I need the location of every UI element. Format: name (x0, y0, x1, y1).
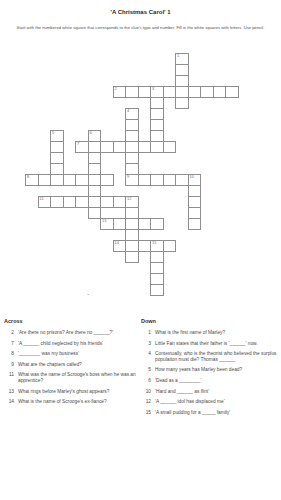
across-clues-section: Across 2'Are there no prisons? Are there… (4, 318, 137, 410)
page-separator-dash: - (87, 290, 89, 297)
down-clue-number-1: 1 (141, 330, 151, 336)
grid-cell-r13c4[interactable] (75, 196, 89, 208)
down-clue-number-15: 15 (141, 410, 151, 416)
across-clue-14: 14What is the name of Scrooge's ex-fianc… (4, 399, 137, 405)
grid-cell-r3c9[interactable] (138, 86, 152, 98)
across-clue-text-9: What are the chapters called? (18, 362, 137, 368)
down-clue-text-5: How many years has Marley been dead? (155, 367, 280, 373)
crossword-grid: 123456789101112131415 (25, 53, 239, 296)
down-clue-number-10: 10 (141, 389, 151, 395)
cell-number-1: 1 (177, 54, 179, 58)
across-clue-number-2: 2 (4, 330, 14, 336)
grid-cell-r13c7[interactable] (113, 196, 127, 208)
cell-number-3: 3 (152, 87, 154, 91)
cell-number-4: 4 (127, 109, 129, 113)
across-header: Across (4, 318, 137, 324)
across-clue-number-8: 8 (4, 351, 14, 357)
grid-cell-r3c7[interactable]: 2 (113, 86, 127, 98)
down-header: Down (141, 318, 280, 324)
grid-cell-r11c2[interactable] (50, 174, 64, 186)
grid-cell-r11c8[interactable]: 9 (125, 174, 139, 186)
grid-cell-r17c7[interactable]: 14 (113, 240, 127, 252)
grid-cell-r11c11[interactable] (163, 174, 177, 186)
across-clue-8: 8'________ was my business' (4, 351, 137, 357)
down-clue-number-5: 5 (141, 367, 151, 373)
grid-cell-r11c9[interactable] (138, 174, 152, 186)
grid-cell-r17c11[interactable] (163, 240, 177, 252)
grid-cell-r8c10[interactable] (150, 141, 164, 153)
grid-cell-r15c7[interactable] (113, 218, 127, 230)
cell-number-6: 6 (90, 131, 92, 135)
down-clue-list: 1What is the first name of Marley?3Littl… (141, 330, 280, 415)
down-clue-number-12: 12 (141, 399, 151, 405)
grid-cell-r11c0[interactable]: 8 (25, 174, 39, 186)
grid-cell-r4c12[interactable] (175, 97, 189, 109)
down-clue-15: 15'A small pudding for a _____ family' (141, 410, 280, 416)
across-clue-number-13: 13 (4, 389, 14, 395)
down-clue-4: 4Contextually, who is the theorist who b… (141, 351, 280, 362)
down-clue-12: 12'A ______ idol has displaced me' (141, 399, 280, 405)
grid-cell-r11c12[interactable] (175, 174, 189, 186)
grid-cell-r3c13[interactable] (188, 86, 202, 98)
across-clue-number-11: 11 (4, 372, 14, 383)
grid-cell-r8c6[interactable] (100, 141, 114, 153)
grid-cell-r8c11[interactable] (163, 141, 177, 153)
grid-cell-r15c13[interactable] (188, 218, 202, 230)
down-clue-3: 3Little Fan states that their father is … (141, 341, 280, 347)
grid-cell-r13c2[interactable] (50, 196, 64, 208)
across-clue-11: 11What was the name of Scrooge's boss wh… (4, 372, 137, 383)
down-clue-text-12: 'A ______ idol has displaced me' (155, 399, 280, 405)
across-clue-13: 13What rings before Marley's ghost appea… (4, 389, 137, 395)
across-clue-text-14: What is the name of Scrooge's ex-fiancé? (18, 399, 137, 405)
grid-cell-r11c6[interactable] (100, 174, 114, 186)
cell-number-8: 8 (27, 175, 29, 179)
grid-cell-r11c3[interactable] (63, 174, 77, 186)
cell-number-9: 9 (127, 175, 129, 179)
grid-cell-r15c9[interactable] (138, 218, 152, 230)
grid-cell-r3c15[interactable] (213, 86, 227, 98)
cell-number-11: 11 (40, 197, 44, 201)
across-clue-text-13: What rings before Marley's ghost appears… (18, 389, 137, 395)
grid-cell-r11c4[interactable] (75, 174, 89, 186)
grid-cell-r14c5[interactable] (88, 207, 102, 219)
across-clue-number-7: 7 (4, 341, 14, 347)
grid-cell-r15c6[interactable]: 13 (100, 218, 114, 230)
across-clue-9: 9What are the chapters called? (4, 362, 137, 368)
grid-cell-r3c14[interactable] (200, 86, 214, 98)
puzzle-instructions: Start with the numbered white square tha… (0, 25, 281, 30)
down-clue-text-3: Little Fan states that their father is '… (155, 341, 280, 347)
cell-number-7: 7 (77, 142, 79, 146)
grid-cell-r8c4[interactable]: 7 (75, 141, 89, 153)
across-clue-text-2: 'Are there no prisons? Are there no ____… (18, 330, 137, 336)
down-clues-section: Down 1What is the first name of Marley?3… (141, 318, 280, 420)
grid-cell-r8c9[interactable] (138, 141, 152, 153)
across-clue-number-14: 14 (4, 399, 14, 405)
puzzle-page: 'A Christmas Carol' 1 Start with the num… (0, 0, 281, 500)
cell-number-2: 2 (115, 87, 117, 91)
grid-cell-r8c7[interactable] (113, 141, 127, 153)
down-clue-number-4: 4 (141, 351, 151, 362)
across-clue-number-9: 9 (4, 362, 14, 368)
puzzle-title: 'A Christmas Carol' 1 (0, 9, 281, 15)
across-clue-2: 2'Are there no prisons? Are there no ___… (4, 330, 137, 336)
down-clue-5: 5How many years has Marley been dead? (141, 367, 280, 373)
grid-cell-r17c9[interactable] (138, 240, 152, 252)
down-clue-text-4: Contextually, who is the theorist who be… (155, 351, 280, 362)
cell-number-13: 13 (102, 219, 106, 223)
grid-cell-r3c8[interactable] (125, 86, 139, 98)
grid-cell-r13c1[interactable]: 11 (38, 196, 52, 208)
across-clue-text-7: 'A ______ child neglected by his friends… (18, 341, 137, 347)
grid-cell-r13c6[interactable] (100, 196, 114, 208)
grid-cell-r3c11[interactable] (163, 86, 177, 98)
across-clue-7: 7'A ______ child neglected by his friend… (4, 341, 137, 347)
down-clue-text-15: 'A small pudding for a _____ family' (155, 410, 280, 416)
down-clue-10: 10'Hard and ______ as flint' (141, 389, 280, 395)
grid-cell-r21c10[interactable] (150, 284, 164, 296)
down-clue-1: 1What is the first name of Marley? (141, 330, 280, 336)
down-clue-text-1: What is the first name of Marley? (155, 330, 280, 336)
cell-number-14: 14 (115, 241, 119, 245)
across-clue-list: 2'Are there no prisons? Are there no ___… (4, 330, 137, 405)
cell-number-5: 5 (52, 131, 54, 135)
grid-cell-r15c10[interactable] (150, 218, 164, 230)
down-clue-number-3: 3 (141, 341, 151, 347)
across-clue-text-8: '________ was my business' (18, 351, 137, 357)
cell-number-10: 10 (190, 175, 194, 179)
grid-cell-r18c8[interactable] (125, 251, 139, 263)
cell-number-15: 15 (152, 241, 156, 245)
down-clue-text-6: 'Dead as a ________' (155, 378, 280, 384)
down-clue-text-10: 'Hard and ______ as flint' (155, 389, 280, 395)
down-clue-number-6: 6 (141, 378, 151, 384)
across-clue-text-11: What was the name of Scrooge's boss when… (18, 372, 137, 383)
grid-cell-r3c16[interactable] (225, 86, 239, 98)
grid-cell-r11c1[interactable] (38, 174, 52, 186)
cell-number-12: 12 (127, 197, 131, 201)
grid-cell-r11c10[interactable] (150, 174, 164, 186)
down-clue-6: 6'Dead as a ________' (141, 378, 280, 384)
grid-cell-r13c3[interactable] (63, 196, 77, 208)
